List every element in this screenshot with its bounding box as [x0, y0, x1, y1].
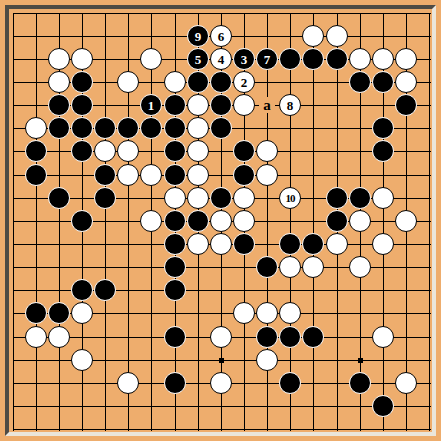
grid-line-vertical — [105, 13, 106, 431]
white-stone — [326, 25, 348, 47]
white-stone — [349, 256, 371, 278]
black-stone — [187, 71, 209, 93]
black-stone — [279, 233, 301, 255]
black-stone — [302, 233, 324, 255]
white-stone — [372, 48, 394, 70]
white-stone — [302, 25, 324, 47]
grid-line-horizontal — [13, 175, 431, 176]
black-stone — [48, 187, 70, 209]
grid-line-vertical — [313, 13, 314, 431]
white-stone — [25, 117, 47, 139]
black-stone — [71, 117, 93, 139]
black-stone — [164, 210, 186, 232]
black-stone — [210, 117, 232, 139]
black-stone — [302, 48, 324, 70]
black-stone — [164, 372, 186, 394]
star-point — [358, 358, 363, 363]
black-stone — [256, 256, 278, 278]
black-stone — [117, 117, 139, 139]
grid-line-vertical — [429, 13, 430, 431]
black-stone — [349, 71, 371, 93]
white-stone — [256, 302, 278, 324]
white-stone — [187, 164, 209, 186]
grid-line-vertical — [13, 13, 14, 431]
grid-line-horizontal — [13, 406, 431, 407]
black-stone — [48, 117, 70, 139]
black-stone — [94, 279, 116, 301]
white-stone — [233, 94, 255, 116]
white-stone — [117, 71, 139, 93]
black-stone — [372, 117, 394, 139]
point-label-a: a — [259, 97, 275, 113]
black-stone — [164, 164, 186, 186]
white-stone — [48, 48, 70, 70]
white-stone — [164, 71, 186, 93]
move-number-label: 5 — [195, 53, 202, 66]
black-stone — [164, 279, 186, 301]
black-stone — [71, 279, 93, 301]
white-stone — [279, 302, 301, 324]
white-stone: 6 — [210, 25, 232, 47]
black-stone — [279, 326, 301, 348]
black-stone — [233, 164, 255, 186]
white-stone — [140, 210, 162, 232]
black-stone — [164, 256, 186, 278]
white-stone — [210, 233, 232, 255]
black-stone: 7 — [256, 48, 278, 70]
black-stone — [279, 372, 301, 394]
black-stone — [164, 117, 186, 139]
white-stone — [279, 256, 301, 278]
white-stone — [233, 187, 255, 209]
black-stone — [210, 187, 232, 209]
black-stone — [349, 372, 371, 394]
white-stone — [187, 117, 209, 139]
white-stone: 10 — [279, 187, 301, 209]
white-stone — [187, 140, 209, 162]
white-stone — [256, 164, 278, 186]
black-stone — [302, 326, 324, 348]
black-stone — [233, 140, 255, 162]
white-stone — [395, 71, 417, 93]
move-number-label: 7 — [264, 53, 271, 66]
grid-line-vertical — [36, 13, 37, 431]
black-stone — [25, 164, 47, 186]
white-stone — [302, 256, 324, 278]
white-stone — [140, 164, 162, 186]
white-stone — [48, 71, 70, 93]
white-stone — [256, 349, 278, 371]
black-stone — [71, 140, 93, 162]
black-stone — [372, 71, 394, 93]
white-stone — [117, 372, 139, 394]
white-stone — [395, 48, 417, 70]
black-stone — [164, 140, 186, 162]
white-stone — [187, 233, 209, 255]
white-stone — [349, 48, 371, 70]
move-number-label: 2 — [241, 76, 248, 89]
white-stone — [210, 210, 232, 232]
black-stone — [326, 187, 348, 209]
black-stone — [164, 326, 186, 348]
move-number-label: 3 — [241, 53, 248, 66]
black-stone — [256, 326, 278, 348]
black-stone — [279, 48, 301, 70]
black-stone — [71, 94, 93, 116]
move-number-label: 4 — [218, 53, 225, 66]
black-stone — [210, 94, 232, 116]
white-stone — [187, 94, 209, 116]
black-stone — [25, 140, 47, 162]
black-stone: 9 — [187, 25, 209, 47]
white-stone — [372, 326, 394, 348]
white-stone — [164, 187, 186, 209]
white-stone — [71, 302, 93, 324]
white-stone — [233, 210, 255, 232]
black-stone — [140, 117, 162, 139]
move-number-label: 9 — [195, 30, 202, 43]
white-stone — [372, 187, 394, 209]
white-stone — [187, 187, 209, 209]
black-stone — [395, 94, 417, 116]
black-stone — [48, 302, 70, 324]
black-stone — [326, 210, 348, 232]
white-stone — [256, 140, 278, 162]
black-stone — [187, 210, 209, 232]
grid-line-horizontal — [13, 13, 431, 14]
black-stone: 5 — [187, 48, 209, 70]
black-stone — [372, 395, 394, 417]
black-stone — [326, 48, 348, 70]
black-stone — [94, 164, 116, 186]
white-stone — [210, 372, 232, 394]
white-stone — [71, 349, 93, 371]
black-stone: 3 — [233, 48, 255, 70]
black-stone — [349, 187, 371, 209]
black-stone — [210, 71, 232, 93]
white-stone — [372, 233, 394, 255]
white-stone — [71, 48, 93, 70]
grid-line-horizontal — [13, 429, 431, 430]
move-number-label: 8 — [287, 99, 294, 112]
white-stone — [326, 233, 348, 255]
white-stone — [94, 140, 116, 162]
black-stone — [25, 302, 47, 324]
black-stone — [164, 94, 186, 116]
move-number-label: 10 — [286, 193, 295, 204]
white-stone — [210, 326, 232, 348]
white-stone — [140, 48, 162, 70]
black-stone — [94, 187, 116, 209]
black-stone: 1 — [140, 94, 162, 116]
white-stone — [395, 210, 417, 232]
move-number-label: 6 — [218, 30, 225, 43]
move-number-label: 1 — [148, 99, 155, 112]
black-stone — [48, 94, 70, 116]
black-stone — [164, 233, 186, 255]
black-stone — [94, 117, 116, 139]
white-stone — [25, 326, 47, 348]
white-stone — [395, 372, 417, 394]
white-stone — [117, 140, 139, 162]
grid-line-vertical — [290, 13, 291, 431]
white-stone: 8 — [279, 94, 301, 116]
white-stone — [117, 164, 139, 186]
white-stone: 4 — [210, 48, 232, 70]
black-stone — [71, 71, 93, 93]
white-stone — [349, 210, 371, 232]
black-stone — [372, 140, 394, 162]
white-stone: 2 — [233, 71, 255, 93]
black-stone — [71, 210, 93, 232]
go-board: 96543721810a — [0, 0, 441, 441]
star-point — [219, 358, 224, 363]
black-stone — [233, 233, 255, 255]
white-stone — [48, 326, 70, 348]
white-stone — [233, 302, 255, 324]
